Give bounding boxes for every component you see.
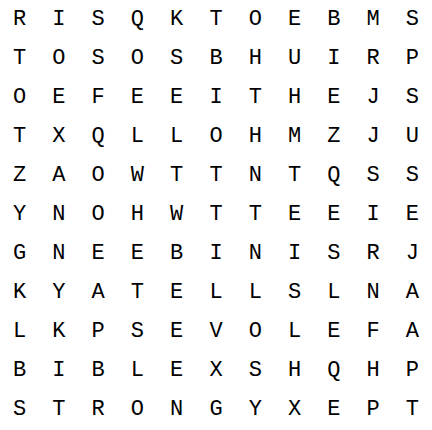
grid-cell[interactable]: N [353, 274, 392, 313]
grid-cell[interactable]: N [157, 391, 196, 430]
grid-cell[interactable]: M [353, 0, 392, 39]
grid-cell[interactable]: I [39, 0, 78, 39]
grid-cell[interactable]: J [393, 235, 432, 274]
grid-cell[interactable]: E [393, 195, 432, 234]
grid-cell[interactable]: H [118, 195, 157, 234]
grid-cell[interactable]: I [275, 235, 314, 274]
grid-cell[interactable]: E [157, 274, 196, 313]
grid-cell[interactable]: G [0, 235, 39, 274]
grid-cell[interactable]: K [157, 0, 196, 39]
grid-cell[interactable]: E [118, 78, 157, 117]
grid-cell[interactable]: X [39, 117, 78, 156]
grid-cell[interactable]: Q [118, 0, 157, 39]
grid-cell[interactable]: I [196, 78, 235, 117]
grid-cell[interactable]: J [353, 78, 392, 117]
grid-cell[interactable]: S [314, 235, 353, 274]
grid-cell[interactable]: H [353, 352, 392, 391]
grid-cell[interactable]: B [0, 352, 39, 391]
grid-cell[interactable]: T [275, 156, 314, 195]
grid-cell[interactable]: H [236, 117, 275, 156]
grid-cell[interactable]: R [79, 391, 118, 430]
grid-cell[interactable]: L [118, 117, 157, 156]
grid-cell[interactable]: K [0, 274, 39, 313]
grid-cell[interactable]: S [393, 156, 432, 195]
grid-cell[interactable]: L [0, 313, 39, 352]
grid-cell[interactable]: U [393, 117, 432, 156]
grid-cell[interactable]: E [314, 313, 353, 352]
grid-cell[interactable]: A [393, 274, 432, 313]
grid-cell[interactable]: R [353, 235, 392, 274]
grid-cell[interactable]: E [118, 235, 157, 274]
grid-cell[interactable]: E [314, 78, 353, 117]
grid-cell[interactable]: S [275, 274, 314, 313]
grid-cell[interactable]: E [275, 195, 314, 234]
grid-cell[interactable]: Y [39, 274, 78, 313]
grid-cell[interactable]: P [393, 352, 432, 391]
grid-cell[interactable]: O [79, 195, 118, 234]
grid-cell[interactable]: G [196, 391, 235, 430]
grid-cell[interactable]: J [353, 117, 392, 156]
grid-cell[interactable]: T [196, 195, 235, 234]
grid-cell[interactable]: W [118, 156, 157, 195]
grid-cell[interactable]: V [196, 313, 235, 352]
grid-cell[interactable]: T [39, 391, 78, 430]
grid-cell[interactable]: A [393, 313, 432, 352]
grid-cell[interactable]: W [157, 195, 196, 234]
grid-cell[interactable]: O [39, 39, 78, 78]
grid-cell[interactable]: B [79, 352, 118, 391]
grid-cell[interactable]: Q [314, 156, 353, 195]
grid-cell[interactable]: Y [0, 195, 39, 234]
grid-cell[interactable]: T [0, 117, 39, 156]
grid-cell[interactable]: O [118, 391, 157, 430]
grid-cell[interactable]: P [353, 391, 392, 430]
grid-cell[interactable]: I [196, 235, 235, 274]
grid-cell[interactable]: F [353, 313, 392, 352]
grid-cell[interactable]: T [118, 274, 157, 313]
grid-cell[interactable]: L [314, 274, 353, 313]
grid-cell[interactable]: E [39, 78, 78, 117]
grid-cell[interactable]: S [118, 313, 157, 352]
grid-cell[interactable]: L [275, 313, 314, 352]
grid-cell[interactable]: T [157, 156, 196, 195]
grid-cell[interactable]: I [353, 195, 392, 234]
grid-cell[interactable]: S [157, 39, 196, 78]
grid-cell[interactable]: L [236, 274, 275, 313]
grid-cell[interactable]: H [275, 78, 314, 117]
grid-cell[interactable]: O [118, 39, 157, 78]
grid-cell[interactable]: E [275, 0, 314, 39]
grid-cell[interactable]: E [157, 352, 196, 391]
grid-cell[interactable]: R [0, 0, 39, 39]
grid-cell[interactable]: A [39, 156, 78, 195]
grid-cell[interactable]: P [393, 39, 432, 78]
grid-cell[interactable]: E [157, 78, 196, 117]
grid-cell[interactable]: N [236, 156, 275, 195]
grid-cell[interactable]: N [236, 235, 275, 274]
grid-cell[interactable]: O [0, 78, 39, 117]
grid-cell[interactable]: T [196, 156, 235, 195]
grid-cell[interactable]: E [157, 313, 196, 352]
grid-cell[interactable]: L [196, 274, 235, 313]
grid-cell[interactable]: Q [314, 352, 353, 391]
grid-cell[interactable]: X [196, 352, 235, 391]
grid-cell[interactable]: M [275, 117, 314, 156]
grid-cell[interactable]: Z [314, 117, 353, 156]
grid-cell[interactable]: L [118, 352, 157, 391]
grid-cell[interactable]: E [79, 235, 118, 274]
grid-cell[interactable]: S [0, 391, 39, 430]
grid-cell[interactable]: S [236, 352, 275, 391]
grid-cell[interactable]: T [0, 39, 39, 78]
grid-cell[interactable]: I [314, 39, 353, 78]
grid-cell[interactable]: A [79, 274, 118, 313]
grid-cell[interactable]: T [236, 195, 275, 234]
grid-cell[interactable]: N [39, 235, 78, 274]
grid-cell[interactable]: B [314, 0, 353, 39]
grid-cell[interactable]: H [236, 39, 275, 78]
grid-cell[interactable]: F [79, 78, 118, 117]
grid-cell[interactable]: L [157, 117, 196, 156]
grid-cell[interactable]: I [39, 352, 78, 391]
grid-cell[interactable]: Q [79, 117, 118, 156]
grid-cell[interactable]: T [393, 391, 432, 430]
grid-cell[interactable]: Z [0, 156, 39, 195]
grid-cell[interactable]: B [157, 235, 196, 274]
grid-cell[interactable]: U [275, 39, 314, 78]
grid-cell[interactable]: B [196, 39, 235, 78]
grid-cell[interactable]: T [196, 0, 235, 39]
grid-cell[interactable]: S [393, 78, 432, 117]
grid-cell[interactable]: S [353, 156, 392, 195]
grid-cell[interactable]: S [79, 0, 118, 39]
grid-cell[interactable]: E [314, 195, 353, 234]
grid-cell[interactable]: S [79, 39, 118, 78]
grid-cell[interactable]: O [236, 0, 275, 39]
grid-cell[interactable]: P [79, 313, 118, 352]
grid-cell[interactable]: H [275, 352, 314, 391]
grid-cell[interactable]: O [79, 156, 118, 195]
grid-cell[interactable]: K [39, 313, 78, 352]
grid-cell[interactable]: O [196, 117, 235, 156]
word-search-grid: RISQKTOEBMSTOSOSBHUIRPOEFEEITHEJSTXQLLOH… [0, 0, 432, 430]
grid-cell[interactable]: R [353, 39, 392, 78]
grid-cell[interactable]: N [39, 195, 78, 234]
grid-cell[interactable]: X [275, 391, 314, 430]
grid-cell[interactable]: O [236, 313, 275, 352]
grid-cell[interactable]: S [393, 0, 432, 39]
grid-cell[interactable]: T [236, 78, 275, 117]
grid-cell[interactable]: Y [236, 391, 275, 430]
grid-cell[interactable]: E [314, 391, 353, 430]
